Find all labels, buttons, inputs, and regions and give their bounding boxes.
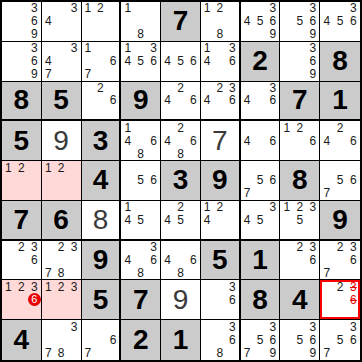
cell-r2c5[interactable]: 456 [161, 42, 201, 82]
candidate-8: 8 [134, 147, 147, 160]
candidate-6: 6 [147, 55, 160, 68]
candidate-4: 4 [161, 134, 174, 147]
candidate-4: 4 [121, 55, 134, 68]
user-digit: 9 [173, 286, 189, 314]
cell-r3c1[interactable]: 8 [2, 82, 42, 122]
cell-r9c6[interactable]: 368 [201, 320, 241, 360]
candidate-4: 4 [161, 254, 174, 267]
candidate-grid: 3569 [280, 2, 319, 41]
candidate-5: 5 [293, 213, 306, 226]
cell-r7c8[interactable]: 236 [280, 241, 320, 281]
candidate-6: 6 [267, 174, 280, 187]
cell-r9c7[interactable]: 35679 [241, 320, 281, 360]
candidate-4: 4 [201, 94, 214, 107]
candidate-5: 5 [254, 174, 267, 187]
candidate-6: 6 [347, 333, 360, 346]
candidate-9: 9 [306, 28, 319, 41]
candidate-6: 6 [28, 293, 41, 306]
candidate-grid: 1236 [2, 280, 41, 319]
given-digit: 4 [93, 166, 109, 194]
cell-r1c4[interactable]: 18 [121, 2, 161, 42]
cell-r1c5[interactable]: 7 [161, 2, 201, 42]
given-digit: 4 [292, 286, 308, 314]
cell-r2c3[interactable]: 167 [82, 42, 122, 82]
candidate-9: 9 [306, 68, 319, 81]
candidate-grid: 1346 [201, 42, 239, 81]
candidate-2: 2 [213, 2, 226, 15]
cell-r6c7[interactable]: 345 [241, 201, 281, 241]
candidate-1: 1 [121, 121, 134, 134]
cell-r4c2[interactable]: 9 [42, 121, 82, 161]
candidate-grid: 18 [121, 2, 160, 41]
cell-r9c1[interactable]: 4 [2, 320, 42, 360]
candidate-5: 5 [254, 15, 267, 28]
candidate-3: 3 [28, 2, 41, 15]
cell-r4c4[interactable]: 1468 [121, 121, 161, 161]
candidate-grid: 236 [2, 241, 41, 280]
cell-r8c5[interactable]: 9 [161, 280, 201, 320]
cell-r3c3[interactable]: 26 [82, 82, 122, 122]
given-digit: 5 [212, 246, 228, 274]
candidate-5: 5 [254, 213, 267, 226]
given-digit: 5 [53, 86, 69, 114]
candidate-6: 6 [28, 254, 41, 267]
candidate-6: 6 [226, 94, 239, 107]
candidate-grid: 2346 [201, 82, 239, 120]
given-digit: 8 [332, 47, 348, 75]
cell-r1c6[interactable]: 128 [201, 2, 241, 42]
candidate-3: 3 [226, 82, 239, 95]
candidate-2: 2 [174, 82, 187, 95]
cell-r3c6[interactable]: 2346 [201, 82, 241, 122]
candidate-6: 6 [267, 333, 280, 346]
candidate-grid: 246 [161, 82, 200, 120]
given-digit: 7 [14, 206, 30, 234]
cell-r3c7[interactable]: 346 [241, 82, 281, 122]
candidate-grid: 3468 [121, 241, 160, 280]
candidate-6: 6 [187, 254, 200, 267]
cell-r7c5[interactable]: 468 [161, 241, 201, 281]
candidate-6: 6 [107, 333, 120, 346]
cell-r8c9[interactable]: 236 [320, 280, 360, 320]
candidate-1: 1 [201, 42, 214, 55]
candidate-grid: 46 [241, 121, 280, 160]
cell-r8c6[interactable]: 36 [201, 280, 241, 320]
candidate-6: 6 [267, 94, 280, 107]
candidate-6: 6 [226, 293, 239, 306]
candidate-9: 9 [267, 28, 280, 41]
candidate-grid: 567 [320, 161, 360, 200]
candidate-grid: 369 [280, 42, 319, 81]
candidate-7: 7 [320, 347, 333, 360]
candidate-4: 4 [320, 15, 333, 28]
cell-r9c4[interactable]: 2 [121, 320, 161, 360]
candidate-7: 7 [320, 187, 333, 200]
candidate-1: 1 [2, 161, 15, 174]
candidate-1: 1 [82, 2, 95, 15]
candidate-6: 6 [187, 134, 200, 147]
given-digit: 5 [14, 127, 30, 155]
candidate-2: 2 [15, 280, 28, 293]
candidate-grid: 369 [2, 42, 41, 81]
candidate-2: 2 [333, 280, 346, 293]
candidate-4: 4 [201, 213, 214, 226]
candidate-3: 3 [347, 320, 360, 333]
cell-r7c9[interactable]: 2367 [320, 241, 360, 281]
candidate-2: 2 [213, 201, 226, 214]
candidate-5: 5 [254, 333, 267, 346]
candidate-3: 3 [68, 280, 81, 293]
cell-r3c9[interactable]: 1 [320, 82, 360, 122]
cell-r6c8[interactable]: 1235 [280, 201, 320, 241]
given-digit: 8 [252, 286, 268, 314]
candidate-3: 3 [267, 320, 280, 333]
given-digit: 3 [173, 166, 189, 194]
candidate-3: 3 [226, 280, 239, 293]
candidate-6: 6 [306, 134, 319, 147]
candidate-grid: 2367 [320, 241, 360, 280]
candidate-6: 6 [267, 134, 280, 147]
candidate-1: 1 [280, 121, 293, 134]
cell-r3c4[interactable]: 9 [121, 82, 161, 122]
cell-r9c3[interactable]: 67 [82, 320, 122, 360]
given-digit: 7 [173, 7, 189, 35]
cell-r7c3[interactable]: 9 [82, 241, 122, 281]
cell-r5c8[interactable]: 8 [280, 161, 320, 201]
given-digit: 8 [292, 166, 308, 194]
candidate-2: 2 [333, 241, 346, 254]
candidate-1: 1 [201, 2, 214, 15]
candidate-grid: 67 [82, 320, 120, 360]
candidate-7: 7 [42, 68, 55, 81]
candidate-grid: 2468 [161, 121, 200, 160]
candidate-grid: 56 [121, 161, 160, 200]
candidate-6: 6 [147, 174, 160, 187]
candidate-1: 1 [201, 201, 214, 214]
candidate-7: 7 [320, 267, 333, 280]
candidate-3: 3 [68, 320, 81, 333]
given-digit: 9 [332, 206, 348, 234]
candidate-6: 6 [147, 134, 160, 147]
candidate-4: 4 [121, 254, 134, 267]
cell-r6c3[interactable]: 8 [82, 201, 122, 241]
candidate-6: 6 [306, 15, 319, 28]
candidate-2: 2 [174, 121, 187, 134]
candidate-grid: 468 [161, 241, 200, 280]
candidate-8: 8 [174, 147, 187, 160]
candidate-grid: 124 [201, 201, 239, 239]
user-digit: 9 [53, 127, 69, 155]
candidate-5: 5 [134, 55, 147, 68]
cell-r8c8[interactable]: 4 [280, 280, 320, 320]
cell-r8c7[interactable]: 8 [241, 280, 281, 320]
cell-r1c3[interactable]: 12 [82, 2, 122, 42]
candidate-grid: 345 [241, 201, 280, 239]
candidate-4: 4 [241, 213, 254, 226]
candidate-4: 4 [42, 15, 55, 28]
given-digit: 1 [252, 246, 268, 274]
candidate-7: 7 [82, 347, 95, 360]
candidate-4: 4 [121, 134, 134, 147]
candidate-1: 1 [2, 280, 15, 293]
candidate-1: 1 [280, 201, 293, 214]
cell-r2c7[interactable]: 2 [241, 42, 281, 82]
candidate-3: 3 [28, 42, 41, 55]
candidate-grid: 3456 [320, 2, 360, 41]
candidate-5: 5 [174, 55, 187, 68]
candidate-2: 2 [94, 82, 107, 95]
candidate-8: 8 [55, 347, 68, 360]
cell-r5c7[interactable]: 567 [241, 161, 281, 201]
candidate-grid: 2378 [42, 241, 81, 280]
candidate-grid: 347 [42, 42, 81, 81]
candidate-5: 5 [333, 15, 346, 28]
cell-r5c5[interactable]: 3 [161, 161, 201, 201]
candidate-3: 3 [306, 241, 319, 254]
cell-r7c7[interactable]: 1 [241, 241, 281, 281]
candidate-3: 3 [306, 2, 319, 15]
candidate-1: 1 [42, 161, 55, 174]
candidate-5: 5 [333, 174, 346, 187]
candidate-2: 2 [293, 201, 306, 214]
candidate-grid: 368 [201, 320, 239, 360]
candidate-2: 2 [55, 161, 68, 174]
candidate-1: 1 [121, 201, 134, 214]
cell-r8c1[interactable]: 1236 [2, 280, 42, 320]
sudoku-board: 3693412187128345693569345636934716713456… [0, 0, 362, 362]
cell-r1c1[interactable]: 369 [2, 2, 42, 42]
candidate-6: 6 [107, 94, 120, 107]
candidate-2: 2 [293, 241, 306, 254]
candidate-6: 6 [306, 55, 319, 68]
candidate-6: 6 [347, 293, 360, 306]
candidate-8: 8 [213, 347, 226, 360]
given-digit: 1 [332, 86, 348, 114]
candidate-grid: 12 [42, 161, 81, 200]
cell-r1c9[interactable]: 3456 [320, 2, 360, 42]
cell-r8c2[interactable]: 123 [42, 280, 82, 320]
candidate-7: 7 [42, 267, 55, 280]
candidate-8: 8 [134, 28, 147, 41]
cell-r4c3[interactable]: 3 [82, 121, 122, 161]
candidate-7: 7 [82, 68, 95, 81]
candidate-1: 1 [121, 2, 134, 15]
cell-r9c5[interactable]: 1 [161, 320, 201, 360]
cell-r6c2[interactable]: 6 [42, 201, 82, 241]
given-digit: 3 [93, 127, 109, 155]
cell-r6c5[interactable]: 245 [161, 201, 201, 241]
candidate-6: 6 [147, 254, 160, 267]
cell-r4c5[interactable]: 2468 [161, 121, 201, 161]
cell-r6c4[interactable]: 145 [121, 201, 161, 241]
candidate-grid: 26 [82, 82, 120, 120]
candidate-2: 2 [55, 280, 68, 293]
given-digit: 7 [292, 86, 308, 114]
cell-r2c4[interactable]: 13456 [121, 42, 161, 82]
given-digit: 9 [212, 166, 228, 194]
cell-r4c9[interactable]: 246 [320, 121, 360, 161]
cell-r2c9[interactable]: 8 [320, 42, 360, 82]
cell-r1c2[interactable]: 34 [42, 2, 82, 42]
candidate-4: 4 [121, 213, 134, 226]
cell-r1c8[interactable]: 3569 [280, 2, 320, 42]
candidate-5: 5 [174, 213, 187, 226]
candidate-grid: 236 [280, 241, 319, 280]
cell-r4c7[interactable]: 46 [241, 121, 281, 161]
candidate-6: 6 [226, 55, 239, 68]
candidate-grid: 369 [2, 2, 41, 41]
candidate-3: 3 [226, 42, 239, 55]
candidate-4: 4 [161, 55, 174, 68]
cell-r7c1[interactable]: 236 [2, 241, 42, 281]
candidate-grid: 246 [320, 121, 360, 160]
candidate-5: 5 [134, 174, 147, 187]
given-digit: 9 [93, 246, 109, 274]
cell-r5c2[interactable]: 12 [42, 161, 82, 201]
candidate-4: 4 [42, 55, 55, 68]
candidate-grid: 167 [82, 42, 120, 81]
cell-r7c4[interactable]: 3468 [121, 241, 161, 281]
candidate-grid: 346 [241, 82, 280, 120]
candidate-6: 6 [187, 55, 200, 68]
candidate-3: 3 [347, 241, 360, 254]
cell-r2c8[interactable]: 369 [280, 42, 320, 82]
cell-r8c4[interactable]: 7 [121, 280, 161, 320]
candidate-2: 2 [293, 121, 306, 134]
cell-r7c6[interactable]: 5 [201, 241, 241, 281]
candidate-grid: 12 [82, 2, 120, 41]
cell-r6c9[interactable]: 9 [320, 201, 360, 241]
candidate-3: 3 [68, 241, 81, 254]
given-digit: 9 [133, 86, 149, 114]
candidate-6: 6 [347, 254, 360, 267]
given-digit: 4 [14, 326, 30, 354]
candidate-grid: 1468 [121, 121, 160, 160]
candidate-3: 3 [68, 42, 81, 55]
cell-r3c8[interactable]: 7 [280, 82, 320, 122]
candidate-1: 1 [42, 280, 55, 293]
given-digit: 7 [133, 286, 149, 314]
cell-r9c2[interactable]: 378 [42, 320, 82, 360]
cell-r4c1[interactable]: 5 [2, 121, 42, 161]
user-digit: 7 [212, 127, 228, 155]
candidate-8: 8 [213, 28, 226, 41]
cell-r4c8[interactable]: 126 [280, 121, 320, 161]
candidate-grid: 456 [161, 42, 200, 81]
cell-r3c5[interactable]: 246 [161, 82, 201, 122]
candidate-7: 7 [241, 187, 254, 200]
candidate-3: 3 [147, 241, 160, 254]
candidate-6: 6 [347, 15, 360, 28]
candidate-7: 7 [42, 347, 55, 360]
candidate-7: 7 [241, 347, 254, 360]
cell-r4c6[interactable]: 7 [201, 121, 241, 161]
cell-r9c9[interactable]: 3567 [320, 320, 360, 360]
candidate-9: 9 [28, 68, 41, 81]
candidate-grid: 236 [320, 280, 360, 319]
cell-r2c6[interactable]: 1346 [201, 42, 241, 82]
candidate-9: 9 [267, 347, 280, 360]
candidate-6: 6 [187, 94, 200, 107]
cell-r7c2[interactable]: 2378 [42, 241, 82, 281]
candidate-8: 8 [134, 267, 147, 280]
candidate-grid: 13456 [121, 42, 160, 81]
candidate-9: 9 [306, 347, 319, 360]
candidate-grid: 3567 [320, 320, 360, 360]
candidate-grid: 567 [241, 161, 280, 200]
candidate-2: 2 [15, 241, 28, 254]
candidate-3: 3 [347, 2, 360, 15]
cell-r5c3[interactable]: 4 [82, 161, 122, 201]
cell-r9c8[interactable]: 3569 [280, 320, 320, 360]
candidate-3: 3 [347, 280, 360, 293]
cell-r5c4[interactable]: 56 [121, 161, 161, 201]
cell-r2c2[interactable]: 347 [42, 42, 82, 82]
cell-r2c1[interactable]: 369 [2, 42, 42, 82]
candidate-4: 4 [161, 213, 174, 226]
cell-r6c6[interactable]: 124 [201, 201, 241, 241]
candidate-grid: 123 [42, 280, 81, 319]
candidate-4: 4 [320, 134, 333, 147]
candidate-3: 3 [267, 201, 280, 214]
cell-r8c3[interactable]: 5 [82, 280, 122, 320]
cell-r5c6[interactable]: 9 [201, 161, 241, 201]
candidate-3: 3 [28, 280, 41, 293]
candidate-grid: 1235 [280, 201, 319, 239]
candidate-2: 2 [174, 201, 187, 214]
candidate-grid: 34 [42, 2, 81, 41]
given-digit: 2 [133, 326, 149, 354]
candidate-5: 5 [293, 333, 306, 346]
candidate-2: 2 [213, 82, 226, 95]
candidate-8: 8 [55, 267, 68, 280]
candidate-5: 5 [333, 333, 346, 346]
candidate-6: 6 [306, 254, 319, 267]
candidate-grid: 245 [161, 201, 200, 239]
candidate-2: 2 [333, 121, 346, 134]
candidate-2: 2 [55, 241, 68, 254]
cell-r5c9[interactable]: 567 [320, 161, 360, 201]
candidate-5: 5 [134, 213, 147, 226]
candidate-grid: 3569 [280, 320, 319, 360]
candidate-4: 4 [241, 94, 254, 107]
candidate-grid: 12 [2, 161, 41, 200]
cell-r3c2[interactable]: 5 [42, 82, 82, 122]
candidate-6: 6 [226, 333, 239, 346]
candidate-4: 4 [241, 15, 254, 28]
candidate-3: 3 [147, 42, 160, 55]
candidate-3: 3 [306, 42, 319, 55]
candidate-4: 4 [161, 94, 174, 107]
candidate-grid: 36 [201, 280, 239, 319]
candidate-9: 9 [28, 28, 41, 41]
candidate-grid: 34569 [241, 2, 280, 41]
cell-r6c1[interactable]: 7 [2, 201, 42, 241]
candidate-4: 4 [241, 134, 254, 147]
given-digit: 1 [173, 326, 189, 354]
candidate-4: 4 [201, 55, 214, 68]
candidate-6: 6 [267, 15, 280, 28]
candidate-6: 6 [347, 134, 360, 147]
user-digit: 8 [93, 206, 109, 234]
given-digit: 6 [53, 206, 69, 234]
candidate-2: 2 [15, 161, 28, 174]
candidate-2: 2 [94, 2, 107, 15]
given-digit: 2 [252, 47, 268, 75]
cell-r1c7[interactable]: 34569 [241, 2, 281, 42]
candidate-3: 3 [28, 241, 41, 254]
cell-r5c1[interactable]: 12 [2, 161, 42, 201]
